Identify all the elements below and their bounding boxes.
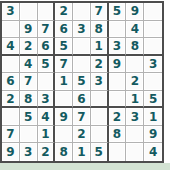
cell-r9c3[interactable]: 2 bbox=[38, 143, 56, 161]
cell-r4c9[interactable]: 3 bbox=[144, 56, 162, 74]
cell-r2c2[interactable]: 9 bbox=[20, 21, 38, 39]
cell-r4c7[interactable]: 9 bbox=[109, 56, 127, 74]
cell-r5c8[interactable]: 2 bbox=[126, 73, 144, 91]
cell-r4c2[interactable]: 4 bbox=[20, 56, 38, 74]
cell-r7c6[interactable] bbox=[91, 108, 109, 126]
cell-r3c6[interactable]: 1 bbox=[91, 38, 109, 56]
cell-r1c8[interactable]: 9 bbox=[126, 3, 144, 21]
cell-r2c9[interactable] bbox=[144, 21, 162, 39]
cell-r8c4[interactable] bbox=[55, 126, 73, 144]
cell-r4c3[interactable]: 5 bbox=[38, 56, 56, 74]
cell-r8c7[interactable]: 8 bbox=[109, 126, 127, 144]
cell-r8c1[interactable]: 7 bbox=[2, 126, 20, 144]
cell-r9c7[interactable] bbox=[109, 143, 127, 161]
cell-r3c8[interactable]: 8 bbox=[126, 38, 144, 56]
cell-r8c9[interactable]: 9 bbox=[144, 126, 162, 144]
cell-r2c3[interactable]: 7 bbox=[38, 21, 56, 39]
cell-r2c5[interactable]: 3 bbox=[73, 21, 91, 39]
cell-r8c5[interactable]: 2 bbox=[73, 126, 91, 144]
cell-r7c3[interactable]: 4 bbox=[38, 108, 56, 126]
cell-r8c8[interactable] bbox=[126, 126, 144, 144]
cell-r2c8[interactable]: 4 bbox=[126, 21, 144, 39]
cell-r4c5[interactable] bbox=[73, 56, 91, 74]
cell-r7c8[interactable]: 3 bbox=[126, 108, 144, 126]
cell-r9c4[interactable]: 8 bbox=[55, 143, 73, 161]
cell-r9c8[interactable] bbox=[126, 143, 144, 161]
cell-r6c8[interactable]: 1 bbox=[126, 91, 144, 109]
cell-r3c7[interactable]: 3 bbox=[109, 38, 127, 56]
cell-r9c1[interactable]: 9 bbox=[2, 143, 20, 161]
cell-r9c2[interactable]: 3 bbox=[20, 143, 38, 161]
cell-r6c7[interactable] bbox=[109, 91, 127, 109]
cell-r9c5[interactable]: 1 bbox=[73, 143, 91, 161]
cell-r7c4[interactable]: 9 bbox=[55, 108, 73, 126]
page-background-strip bbox=[0, 163, 170, 170]
cell-r1c5[interactable] bbox=[73, 3, 91, 21]
cell-r4c4[interactable]: 7 bbox=[55, 56, 73, 74]
cell-r6c3[interactable]: 3 bbox=[38, 91, 56, 109]
cell-r7c9[interactable]: 1 bbox=[144, 108, 162, 126]
cell-r7c1[interactable] bbox=[2, 108, 20, 126]
cell-r8c2[interactable] bbox=[20, 126, 38, 144]
cell-r7c2[interactable]: 5 bbox=[20, 108, 38, 126]
cell-r9c6[interactable]: 5 bbox=[91, 143, 109, 161]
cell-r8c6[interactable] bbox=[91, 126, 109, 144]
cell-r2c6[interactable]: 8 bbox=[91, 21, 109, 39]
cell-r2c4[interactable]: 6 bbox=[55, 21, 73, 39]
cell-r1c6[interactable]: 7 bbox=[91, 3, 109, 21]
cell-r3c9[interactable] bbox=[144, 38, 162, 56]
cell-r3c2[interactable]: 2 bbox=[20, 38, 38, 56]
cell-r5c5[interactable]: 5 bbox=[73, 73, 91, 91]
cell-r7c5[interactable]: 7 bbox=[73, 108, 91, 126]
cell-r1c9[interactable] bbox=[144, 3, 162, 21]
cell-r1c7[interactable]: 5 bbox=[109, 3, 127, 21]
cell-r4c6[interactable]: 2 bbox=[91, 56, 109, 74]
cell-r5c1[interactable]: 6 bbox=[2, 73, 20, 91]
cell-r4c1[interactable] bbox=[2, 56, 20, 74]
cell-r9c9[interactable]: 4 bbox=[144, 143, 162, 161]
cell-r6c6[interactable] bbox=[91, 91, 109, 109]
cell-r1c3[interactable] bbox=[38, 3, 56, 21]
cell-r5c6[interactable]: 3 bbox=[91, 73, 109, 91]
cell-r3c5[interactable] bbox=[73, 38, 91, 56]
cell-r3c4[interactable]: 5 bbox=[55, 38, 73, 56]
cell-r6c1[interactable]: 2 bbox=[2, 91, 20, 109]
sudoku-board: 3275997638442651384572936715322836155497… bbox=[0, 1, 164, 163]
sudoku-page: 3275997638442651384572936715322836155497… bbox=[0, 0, 170, 170]
cell-r2c1[interactable] bbox=[2, 21, 20, 39]
cell-r8c3[interactable]: 1 bbox=[38, 126, 56, 144]
cell-r1c4[interactable]: 2 bbox=[55, 3, 73, 21]
cell-r6c4[interactable] bbox=[55, 91, 73, 109]
cell-r1c1[interactable]: 3 bbox=[2, 3, 20, 21]
cell-r3c3[interactable]: 6 bbox=[38, 38, 56, 56]
cell-r5c9[interactable] bbox=[144, 73, 162, 91]
cell-r5c2[interactable]: 7 bbox=[20, 73, 38, 91]
cell-r6c9[interactable]: 5 bbox=[144, 91, 162, 109]
cell-r4c8[interactable] bbox=[126, 56, 144, 74]
cell-r7c7[interactable]: 2 bbox=[109, 108, 127, 126]
cell-r2c7[interactable] bbox=[109, 21, 127, 39]
cell-r6c2[interactable]: 8 bbox=[20, 91, 38, 109]
cell-r3c1[interactable]: 4 bbox=[2, 38, 20, 56]
cell-r6c5[interactable]: 6 bbox=[73, 91, 91, 109]
cell-r5c3[interactable] bbox=[38, 73, 56, 91]
cell-r5c4[interactable]: 1 bbox=[55, 73, 73, 91]
cell-r1c2[interactable] bbox=[20, 3, 38, 21]
cell-r5c7[interactable] bbox=[109, 73, 127, 91]
